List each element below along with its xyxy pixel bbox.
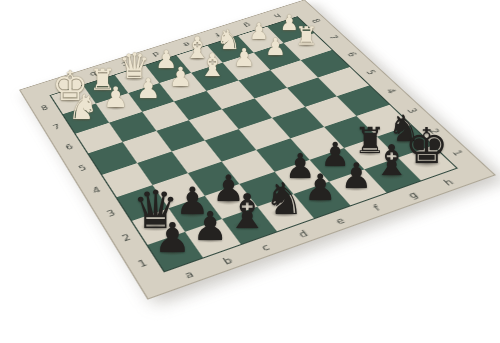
chess-mat: aa88bb77cc66dd55ee44ff33gg22hh11: [19, 0, 496, 300]
chess-set-photo: aa88bb77cc66dd55ee44ff33gg22hh11 ♟♟♜♞♟♝♟…: [0, 0, 500, 343]
